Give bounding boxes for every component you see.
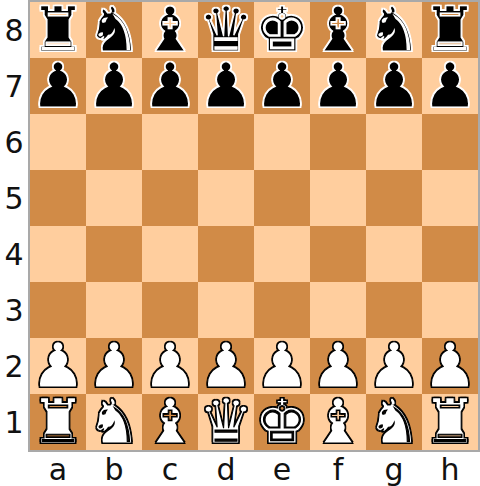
square-c1[interactable]: ♝︎ xyxy=(142,394,198,450)
square-b4[interactable] xyxy=(86,226,142,282)
white-bishop: ♝︎ xyxy=(310,394,366,450)
file-labels: abcdefgh xyxy=(30,452,478,486)
rank-label-8: 8 xyxy=(0,2,28,58)
black-pawn: ♟︎ xyxy=(254,58,310,114)
black-pawn: ♟︎ xyxy=(422,58,478,114)
white-rook: ♜︎ xyxy=(422,394,478,450)
square-c5[interactable] xyxy=(142,170,198,226)
white-knight: ♞︎ xyxy=(86,394,142,450)
square-b7[interactable]: ♟︎ xyxy=(86,58,142,114)
chess-board-diagram: 87654321 ♜︎♞︎♝︎♛︎♚︎♝︎♞︎♜︎♟︎♟︎♟︎♟︎♟︎♟︎♟︎♟… xyxy=(0,0,480,486)
square-f5[interactable] xyxy=(310,170,366,226)
square-a7[interactable]: ♟︎ xyxy=(30,58,86,114)
black-pawn: ♟︎ xyxy=(198,58,254,114)
white-knight: ♞︎ xyxy=(366,394,422,450)
white-bishop: ♝︎ xyxy=(142,394,198,450)
square-b1[interactable]: ♞︎ xyxy=(86,394,142,450)
square-d5[interactable] xyxy=(198,170,254,226)
file-label-h: h xyxy=(422,452,478,486)
square-f7[interactable]: ♟︎ xyxy=(310,58,366,114)
square-g1[interactable]: ♞︎ xyxy=(366,394,422,450)
white-king: ♚︎ xyxy=(254,394,310,450)
square-c7[interactable]: ♟︎ xyxy=(142,58,198,114)
square-c4[interactable] xyxy=(142,226,198,282)
square-h7[interactable]: ♟︎ xyxy=(422,58,478,114)
file-label-f: f xyxy=(310,452,366,486)
rank-label-1: 1 xyxy=(0,394,28,450)
square-f4[interactable] xyxy=(310,226,366,282)
square-a4[interactable] xyxy=(30,226,86,282)
rank-label-4: 4 xyxy=(0,226,28,282)
chess-board: ♜︎♞︎♝︎♛︎♚︎♝︎♞︎♜︎♟︎♟︎♟︎♟︎♟︎♟︎♟︎♟︎♟︎♟︎♟︎♟︎… xyxy=(28,0,480,452)
black-pawn: ♟︎ xyxy=(366,58,422,114)
rank-label-2: 2 xyxy=(0,338,28,394)
file-label-g: g xyxy=(366,452,422,486)
file-label-b: b xyxy=(86,452,142,486)
square-h1[interactable]: ♜︎ xyxy=(422,394,478,450)
black-pawn: ♟︎ xyxy=(142,58,198,114)
square-g4[interactable] xyxy=(366,226,422,282)
square-c6[interactable] xyxy=(142,114,198,170)
file-label-a: a xyxy=(30,452,86,486)
square-b5[interactable] xyxy=(86,170,142,226)
square-g7[interactable]: ♟︎ xyxy=(366,58,422,114)
file-label-e: e xyxy=(254,452,310,486)
square-h6[interactable] xyxy=(422,114,478,170)
white-rook: ♜︎ xyxy=(30,394,86,450)
square-d6[interactable] xyxy=(198,114,254,170)
square-g6[interactable] xyxy=(366,114,422,170)
square-a6[interactable] xyxy=(30,114,86,170)
rank-label-7: 7 xyxy=(0,58,28,114)
rank-label-6: 6 xyxy=(0,114,28,170)
white-queen: ♛︎ xyxy=(198,394,254,450)
square-d7[interactable]: ♟︎ xyxy=(198,58,254,114)
square-e7[interactable]: ♟︎ xyxy=(254,58,310,114)
square-b6[interactable] xyxy=(86,114,142,170)
black-pawn: ♟︎ xyxy=(310,58,366,114)
square-g5[interactable] xyxy=(366,170,422,226)
square-f1[interactable]: ♝︎ xyxy=(310,394,366,450)
square-a1[interactable]: ♜︎ xyxy=(30,394,86,450)
square-h4[interactable] xyxy=(422,226,478,282)
square-a5[interactable] xyxy=(30,170,86,226)
file-label-d: d xyxy=(198,452,254,486)
black-pawn: ♟︎ xyxy=(30,58,86,114)
file-label-c: c xyxy=(142,452,198,486)
rank-labels: 87654321 xyxy=(0,2,28,450)
black-pawn: ♟︎ xyxy=(86,58,142,114)
square-d4[interactable] xyxy=(198,226,254,282)
square-e5[interactable] xyxy=(254,170,310,226)
square-e1[interactable]: ♚︎ xyxy=(254,394,310,450)
square-d1[interactable]: ♛︎ xyxy=(198,394,254,450)
square-f6[interactable] xyxy=(310,114,366,170)
square-e6[interactable] xyxy=(254,114,310,170)
rank-label-5: 5 xyxy=(0,170,28,226)
rank-label-3: 3 xyxy=(0,282,28,338)
square-e4[interactable] xyxy=(254,226,310,282)
square-h5[interactable] xyxy=(422,170,478,226)
